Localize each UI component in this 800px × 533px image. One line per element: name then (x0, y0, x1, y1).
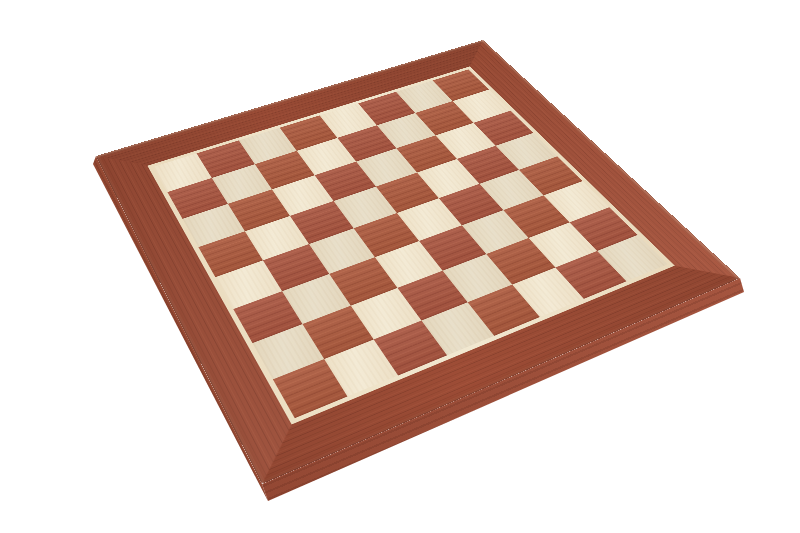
photo-canvas (0, 0, 800, 533)
